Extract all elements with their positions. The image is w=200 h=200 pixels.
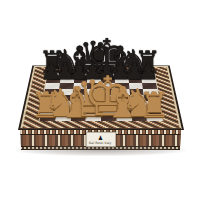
brand-pawn-icon: ♟ (98, 135, 103, 141)
chess-set-photo: ♟ Dal Rossi Italy ♜♞♝♛♚♝♞♜♟♟♟♟♟♟♟♟♟♟♟♟♟♟… (0, 0, 200, 200)
piece-white-rook-h1[interactable]: ♜ (139, 88, 170, 123)
brand-plaque: ♟ Dal Rossi Italy (86, 132, 116, 147)
drop-shadow (16, 146, 185, 156)
brand-name: Dal Rossi Italy (89, 141, 112, 144)
